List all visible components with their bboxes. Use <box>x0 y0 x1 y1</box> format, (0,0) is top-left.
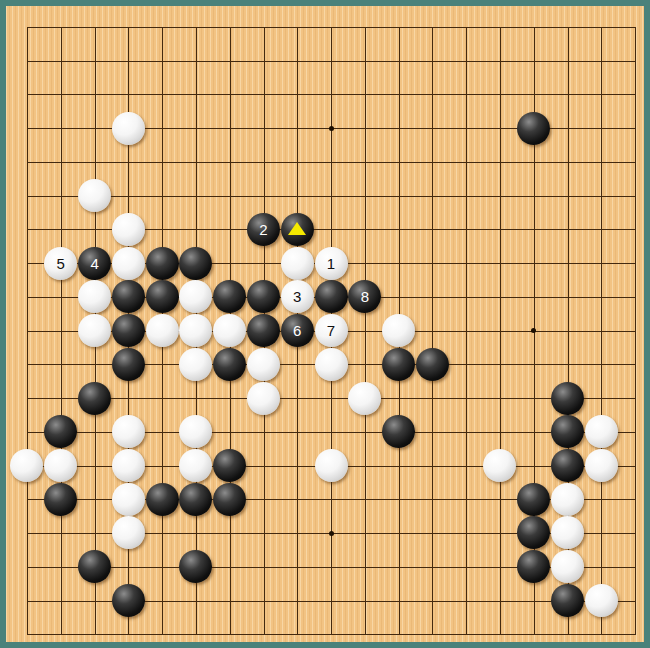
board-point[interactable] <box>314 381 348 415</box>
board-point[interactable] <box>213 516 247 550</box>
board-point[interactable] <box>145 381 179 415</box>
board-point[interactable] <box>10 415 44 449</box>
board-point[interactable] <box>280 550 314 584</box>
white-stone <box>78 280 111 313</box>
board-point[interactable] <box>618 10 650 44</box>
board-point[interactable] <box>483 111 517 145</box>
board-point[interactable] <box>618 78 650 112</box>
board-point[interactable] <box>10 550 44 584</box>
board-point[interactable] <box>382 246 416 280</box>
board-point[interactable] <box>449 550 483 584</box>
board-point[interactable] <box>111 78 145 112</box>
board-point[interactable] <box>348 44 382 78</box>
board-point[interactable] <box>415 44 449 78</box>
board-point[interactable] <box>111 44 145 78</box>
board-point[interactable] <box>618 482 650 516</box>
board-point[interactable] <box>348 516 382 550</box>
board-point[interactable] <box>382 145 416 179</box>
board-point[interactable] <box>247 617 281 648</box>
board-point[interactable] <box>145 145 179 179</box>
board-point[interactable] <box>280 111 314 145</box>
board-point[interactable] <box>517 347 551 381</box>
board-point[interactable] <box>618 347 650 381</box>
board-point[interactable] <box>213 550 247 584</box>
board-point[interactable] <box>584 10 618 44</box>
board-point[interactable] <box>10 44 44 78</box>
board-point[interactable] <box>517 449 551 483</box>
board-point[interactable] <box>618 246 650 280</box>
board-point[interactable] <box>247 246 281 280</box>
go-board[interactable]: 25413867 <box>6 6 644 642</box>
board-point[interactable] <box>78 111 112 145</box>
board-point[interactable] <box>382 449 416 483</box>
board-point[interactable] <box>78 145 112 179</box>
board-point[interactable] <box>415 213 449 247</box>
board-point[interactable] <box>145 584 179 618</box>
board-point[interactable] <box>382 550 416 584</box>
board-point[interactable] <box>382 213 416 247</box>
board-point[interactable] <box>348 78 382 112</box>
board-point[interactable] <box>314 550 348 584</box>
board-point[interactable] <box>78 78 112 112</box>
board-point-occupied <box>213 347 247 381</box>
board-point[interactable] <box>449 44 483 78</box>
board-point[interactable] <box>44 145 78 179</box>
board-point[interactable] <box>551 617 585 648</box>
board-point[interactable] <box>517 44 551 78</box>
board-point[interactable] <box>78 482 112 516</box>
board-point[interactable] <box>415 550 449 584</box>
board-point[interactable] <box>145 10 179 44</box>
board-point[interactable] <box>145 415 179 449</box>
board-point[interactable] <box>44 381 78 415</box>
board-point[interactable] <box>348 213 382 247</box>
board-point[interactable] <box>348 314 382 348</box>
board-point[interactable] <box>280 10 314 44</box>
board-point[interactable] <box>179 179 213 213</box>
board-point[interactable] <box>44 617 78 648</box>
board-point-occupied <box>111 482 145 516</box>
board-point[interactable] <box>618 145 650 179</box>
board-point[interactable] <box>348 347 382 381</box>
board-point[interactable] <box>314 415 348 449</box>
board-point[interactable] <box>111 381 145 415</box>
board-point[interactable] <box>618 44 650 78</box>
board-point[interactable] <box>78 44 112 78</box>
board-point[interactable] <box>213 415 247 449</box>
board-point[interactable] <box>382 10 416 44</box>
board-point[interactable] <box>179 111 213 145</box>
board-point[interactable] <box>179 10 213 44</box>
board-point-occupied <box>145 482 179 516</box>
board-point[interactable] <box>10 482 44 516</box>
board-point[interactable] <box>618 280 650 314</box>
board-point[interactable] <box>584 44 618 78</box>
board-point[interactable] <box>382 179 416 213</box>
board-point[interactable] <box>111 10 145 44</box>
board-point[interactable] <box>78 584 112 618</box>
board-point[interactable] <box>449 280 483 314</box>
board-point[interactable] <box>78 347 112 381</box>
board-point[interactable] <box>247 10 281 44</box>
board-point[interactable] <box>314 617 348 648</box>
board-point[interactable] <box>213 179 247 213</box>
board-point[interactable] <box>145 44 179 78</box>
board-point[interactable] <box>517 78 551 112</box>
board-point[interactable] <box>247 516 281 550</box>
board-point[interactable] <box>584 213 618 247</box>
board-point[interactable] <box>213 78 247 112</box>
board-point[interactable] <box>348 111 382 145</box>
board-point[interactable] <box>517 617 551 648</box>
board-point[interactable] <box>618 111 650 145</box>
board-point[interactable] <box>517 145 551 179</box>
board-point[interactable] <box>449 78 483 112</box>
board-point[interactable] <box>280 145 314 179</box>
board-point[interactable] <box>314 213 348 247</box>
board-point[interactable] <box>584 617 618 648</box>
board-point[interactable] <box>348 246 382 280</box>
board-point[interactable] <box>483 381 517 415</box>
board-point[interactable] <box>44 550 78 584</box>
board-point[interactable] <box>348 415 382 449</box>
board-point[interactable] <box>111 179 145 213</box>
board-point[interactable] <box>314 179 348 213</box>
board-point[interactable] <box>247 482 281 516</box>
board-point[interactable] <box>415 482 449 516</box>
board-point[interactable] <box>280 617 314 648</box>
board-point-occupied <box>314 449 348 483</box>
board-point[interactable] <box>415 246 449 280</box>
board-point[interactable] <box>551 111 585 145</box>
board-point[interactable] <box>179 617 213 648</box>
board-point[interactable] <box>145 516 179 550</box>
board-point[interactable] <box>10 145 44 179</box>
board-point[interactable] <box>584 550 618 584</box>
board-point[interactable] <box>10 314 44 348</box>
board-point[interactable] <box>584 482 618 516</box>
board-point[interactable] <box>584 111 618 145</box>
board-point[interactable] <box>551 347 585 381</box>
board-point[interactable] <box>348 145 382 179</box>
board-point[interactable] <box>551 280 585 314</box>
board-point[interactable] <box>247 179 281 213</box>
board-point[interactable] <box>483 213 517 247</box>
board-point[interactable] <box>551 10 585 44</box>
board-point[interactable] <box>44 111 78 145</box>
board-point[interactable] <box>44 584 78 618</box>
board-point[interactable] <box>10 584 44 618</box>
board-point[interactable] <box>10 516 44 550</box>
board-point[interactable] <box>247 44 281 78</box>
board-point[interactable] <box>517 10 551 44</box>
board-point[interactable] <box>78 449 112 483</box>
board-point[interactable] <box>179 516 213 550</box>
board-point[interactable] <box>618 584 650 618</box>
board-point[interactable] <box>213 111 247 145</box>
board-point[interactable] <box>280 347 314 381</box>
board-point[interactable] <box>44 78 78 112</box>
board-point[interactable] <box>449 381 483 415</box>
board-point[interactable] <box>483 280 517 314</box>
board-point[interactable] <box>111 145 145 179</box>
board-point[interactable] <box>348 449 382 483</box>
board-point[interactable] <box>179 145 213 179</box>
board-point[interactable] <box>517 280 551 314</box>
board-point[interactable] <box>314 10 348 44</box>
board-point[interactable] <box>382 381 416 415</box>
board-point[interactable] <box>517 381 551 415</box>
board-point[interactable] <box>78 516 112 550</box>
board-point[interactable] <box>449 10 483 44</box>
board-point[interactable] <box>415 617 449 648</box>
board-point[interactable] <box>348 617 382 648</box>
board-point[interactable] <box>483 78 517 112</box>
board-point[interactable] <box>415 449 449 483</box>
board-point[interactable] <box>483 482 517 516</box>
board-point[interactable] <box>280 584 314 618</box>
board-point[interactable] <box>517 584 551 618</box>
board-point[interactable] <box>483 179 517 213</box>
board-point[interactable] <box>584 347 618 381</box>
board-point[interactable] <box>449 516 483 550</box>
board-point[interactable] <box>314 584 348 618</box>
board-point[interactable] <box>449 347 483 381</box>
board-point[interactable] <box>483 145 517 179</box>
board-point[interactable] <box>145 550 179 584</box>
board-point[interactable] <box>449 213 483 247</box>
board-point[interactable] <box>280 449 314 483</box>
board-point[interactable] <box>10 111 44 145</box>
board-point[interactable] <box>348 482 382 516</box>
board-point[interactable] <box>78 10 112 44</box>
board-point[interactable] <box>483 617 517 648</box>
board-point[interactable] <box>44 516 78 550</box>
board-point[interactable] <box>483 550 517 584</box>
board-point[interactable] <box>551 78 585 112</box>
board-point[interactable] <box>415 78 449 112</box>
board-point[interactable] <box>280 44 314 78</box>
board-point[interactable] <box>618 213 650 247</box>
board-point[interactable] <box>213 617 247 648</box>
board-point[interactable] <box>517 415 551 449</box>
board-point[interactable] <box>382 584 416 618</box>
board-point[interactable] <box>415 145 449 179</box>
white-stone <box>179 449 212 482</box>
board-point[interactable] <box>44 213 78 247</box>
board-point[interactable] <box>179 44 213 78</box>
board-point[interactable] <box>44 314 78 348</box>
board-point-occupied <box>145 280 179 314</box>
board-point[interactable] <box>247 449 281 483</box>
board-point[interactable] <box>618 179 650 213</box>
board-point[interactable] <box>314 145 348 179</box>
board-point[interactable] <box>314 516 348 550</box>
board-point[interactable] <box>78 617 112 648</box>
board-point[interactable] <box>584 314 618 348</box>
board-point[interactable] <box>145 347 179 381</box>
board-point[interactable] <box>483 44 517 78</box>
board-point[interactable] <box>213 584 247 618</box>
board-point[interactable] <box>145 617 179 648</box>
board-point[interactable] <box>618 449 650 483</box>
board-point[interactable] <box>415 314 449 348</box>
board-point[interactable] <box>44 347 78 381</box>
board-point[interactable] <box>584 78 618 112</box>
board-point[interactable] <box>584 280 618 314</box>
board-point[interactable] <box>280 415 314 449</box>
board-point[interactable] <box>483 415 517 449</box>
board-point[interactable] <box>213 145 247 179</box>
board-point[interactable] <box>517 246 551 280</box>
board-point[interactable] <box>517 179 551 213</box>
board-point[interactable] <box>618 381 650 415</box>
board-point[interactable] <box>551 314 585 348</box>
board-point[interactable] <box>483 347 517 381</box>
board-point[interactable] <box>449 584 483 618</box>
board-point[interactable] <box>280 516 314 550</box>
board-point[interactable] <box>10 78 44 112</box>
board-point[interactable] <box>584 179 618 213</box>
board-point[interactable] <box>179 78 213 112</box>
board-point[interactable] <box>10 381 44 415</box>
board-point[interactable] <box>314 111 348 145</box>
board-point[interactable] <box>348 584 382 618</box>
board-point[interactable] <box>483 584 517 618</box>
board-point[interactable] <box>10 246 44 280</box>
board-point[interactable] <box>314 78 348 112</box>
board-point[interactable] <box>348 179 382 213</box>
board-point[interactable] <box>44 179 78 213</box>
board-point[interactable] <box>551 179 585 213</box>
board-point[interactable] <box>415 381 449 415</box>
board-point[interactable] <box>247 584 281 618</box>
board-point[interactable] <box>415 584 449 618</box>
board-point[interactable] <box>415 415 449 449</box>
board-point[interactable] <box>449 449 483 483</box>
board-point[interactable] <box>449 246 483 280</box>
board-point[interactable] <box>551 213 585 247</box>
board-point[interactable] <box>382 617 416 648</box>
board-point[interactable] <box>213 381 247 415</box>
board-point[interactable] <box>415 179 449 213</box>
board-point[interactable] <box>483 10 517 44</box>
board-point[interactable] <box>584 145 618 179</box>
board-point[interactable] <box>449 145 483 179</box>
board-point[interactable] <box>449 314 483 348</box>
board-point[interactable] <box>280 78 314 112</box>
board-point[interactable] <box>551 145 585 179</box>
board-point[interactable] <box>348 550 382 584</box>
board-point-occupied <box>551 516 585 550</box>
board-point[interactable] <box>145 213 179 247</box>
black-stone <box>551 449 584 482</box>
board-point[interactable] <box>145 449 179 483</box>
board-point[interactable] <box>415 111 449 145</box>
board-point[interactable] <box>618 415 650 449</box>
board-point[interactable] <box>449 111 483 145</box>
board-point[interactable] <box>280 179 314 213</box>
board-point[interactable] <box>449 482 483 516</box>
board-point[interactable] <box>44 10 78 44</box>
board-point[interactable] <box>382 280 416 314</box>
board-point[interactable] <box>314 482 348 516</box>
board-point[interactable] <box>111 550 145 584</box>
triangle-marker-icon <box>288 222 306 235</box>
board-point[interactable] <box>145 111 179 145</box>
board-point[interactable] <box>415 516 449 550</box>
board-point[interactable] <box>247 415 281 449</box>
board-point[interactable] <box>551 246 585 280</box>
board-point[interactable] <box>449 179 483 213</box>
board-point[interactable] <box>449 415 483 449</box>
board-point[interactable] <box>213 213 247 247</box>
board-point[interactable] <box>382 78 416 112</box>
board-point[interactable] <box>179 584 213 618</box>
board-point[interactable] <box>280 381 314 415</box>
board-point[interactable] <box>382 111 416 145</box>
board-point[interactable] <box>247 78 281 112</box>
board-point[interactable] <box>10 213 44 247</box>
board-point[interactable] <box>517 314 551 348</box>
board-point[interactable] <box>179 381 213 415</box>
board-point[interactable] <box>247 111 281 145</box>
board-point[interactable] <box>382 516 416 550</box>
board-point[interactable] <box>314 44 348 78</box>
board-point-occupied <box>111 246 145 280</box>
board-point[interactable] <box>483 516 517 550</box>
board-point[interactable] <box>10 347 44 381</box>
black-stone <box>213 348 246 381</box>
board-point[interactable] <box>415 280 449 314</box>
board-point[interactable] <box>415 10 449 44</box>
board-point[interactable] <box>449 617 483 648</box>
board-point[interactable] <box>348 10 382 44</box>
board-point[interactable] <box>10 617 44 648</box>
board-point[interactable] <box>618 314 650 348</box>
board-point[interactable] <box>145 179 179 213</box>
board-point[interactable] <box>78 213 112 247</box>
board-point[interactable] <box>382 482 416 516</box>
board-point[interactable] <box>78 415 112 449</box>
board-point[interactable] <box>10 179 44 213</box>
board-point[interactable] <box>44 280 78 314</box>
board-point[interactable] <box>618 516 650 550</box>
board-point[interactable] <box>551 44 585 78</box>
board-point[interactable] <box>10 280 44 314</box>
board-point[interactable] <box>247 145 281 179</box>
board-point[interactable] <box>213 10 247 44</box>
board-point[interactable] <box>584 516 618 550</box>
board-point[interactable] <box>584 246 618 280</box>
board-point[interactable] <box>247 550 281 584</box>
board-point[interactable] <box>10 10 44 44</box>
board-point[interactable] <box>111 617 145 648</box>
board-point[interactable] <box>213 246 247 280</box>
board-point[interactable] <box>618 550 650 584</box>
board-point[interactable] <box>382 44 416 78</box>
board-point[interactable] <box>618 617 650 648</box>
board-point[interactable] <box>145 78 179 112</box>
board-point[interactable] <box>584 381 618 415</box>
board-point[interactable] <box>483 314 517 348</box>
board-point[interactable] <box>44 44 78 78</box>
board-point[interactable] <box>483 246 517 280</box>
board-point[interactable] <box>280 482 314 516</box>
board-point[interactable] <box>517 213 551 247</box>
board-point[interactable] <box>213 44 247 78</box>
board-point[interactable] <box>179 213 213 247</box>
